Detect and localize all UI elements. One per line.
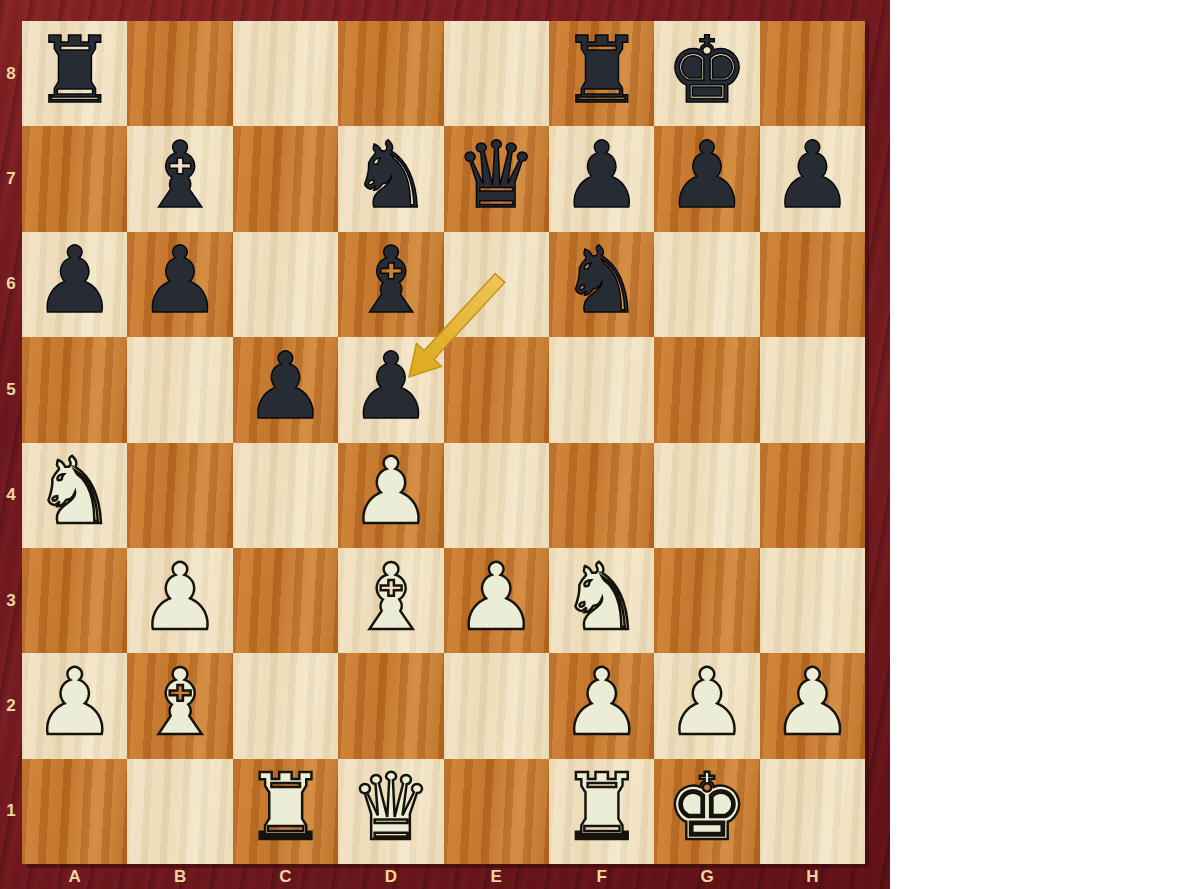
white-king-g1[interactable]: ♚: [666, 762, 748, 854]
file-label-g: G: [654, 864, 759, 889]
black-pawn-c5[interactable]: ♟: [244, 341, 326, 433]
square-h3[interactable]: [760, 548, 865, 653]
square-f4[interactable]: [549, 443, 654, 548]
square-a2[interactable]: ♟: [22, 653, 127, 758]
rank-label-6: 6: [0, 232, 22, 337]
square-g6[interactable]: [654, 232, 759, 337]
white-knight-f3[interactable]: ♞: [560, 552, 642, 644]
square-b2[interactable]: ♝: [127, 653, 232, 758]
rank-label-4: 4: [0, 443, 22, 548]
white-bishop-d3[interactable]: ♝: [350, 552, 432, 644]
square-h6[interactable]: [760, 232, 865, 337]
file-label-e: E: [444, 864, 549, 889]
file-label-d: D: [338, 864, 443, 889]
white-rook-c1[interactable]: ♜: [244, 762, 326, 854]
square-b5[interactable]: [127, 337, 232, 442]
white-pawn-h2[interactable]: ♟: [771, 657, 853, 749]
square-d6[interactable]: ♝: [338, 232, 443, 337]
square-c1[interactable]: ♜: [233, 759, 338, 864]
rank-label-5: 5: [0, 337, 22, 442]
square-e3[interactable]: ♟: [444, 548, 549, 653]
black-pawn-b6[interactable]: ♟: [139, 235, 221, 327]
square-e6[interactable]: [444, 232, 549, 337]
white-knight-a4[interactable]: ♞: [33, 446, 115, 538]
chess-board: ♜♜♚♝♞♛♟♟♟♟♟♝♞♟♟♞♟♟♝♟♞♟♝♟♟♟♜♛♜♚: [22, 21, 865, 864]
white-rook-f1[interactable]: ♜: [560, 762, 642, 854]
square-d5[interactable]: ♟: [338, 337, 443, 442]
square-h2[interactable]: ♟: [760, 653, 865, 758]
black-queen-e7[interactable]: ♛: [455, 130, 537, 222]
rank-label-7: 7: [0, 126, 22, 231]
square-c5[interactable]: ♟: [233, 337, 338, 442]
black-pawn-g7[interactable]: ♟: [666, 130, 748, 222]
square-f2[interactable]: ♟: [549, 653, 654, 758]
square-c8[interactable]: [233, 21, 338, 126]
black-rook-f8[interactable]: ♜: [560, 25, 642, 117]
white-queen-d1[interactable]: ♛: [350, 762, 432, 854]
black-knight-d7[interactable]: ♞: [350, 130, 432, 222]
square-b4[interactable]: [127, 443, 232, 548]
square-g7[interactable]: ♟: [654, 126, 759, 231]
square-d4[interactable]: ♟: [338, 443, 443, 548]
square-d8[interactable]: [338, 21, 443, 126]
white-bishop-b2[interactable]: ♝: [139, 657, 221, 749]
square-h7[interactable]: ♟: [760, 126, 865, 231]
square-b7[interactable]: ♝: [127, 126, 232, 231]
square-b6[interactable]: ♟: [127, 232, 232, 337]
square-a7[interactable]: [22, 126, 127, 231]
rank-label-3: 3: [0, 548, 22, 653]
square-f5[interactable]: [549, 337, 654, 442]
white-pawn-f2[interactable]: ♟: [560, 657, 642, 749]
square-g2[interactable]: ♟: [654, 653, 759, 758]
file-label-f: F: [549, 864, 654, 889]
page: 87654321 ABCDEFGH ♜♜♚♝♞♛♟♟♟♟♟♝♞♟♟♞♟♟♝♟♞♟…: [0, 0, 1200, 889]
square-a4[interactable]: ♞: [22, 443, 127, 548]
square-g8[interactable]: ♚: [654, 21, 759, 126]
white-pawn-g2[interactable]: ♟: [666, 657, 748, 749]
white-pawn-e3[interactable]: ♟: [455, 552, 537, 644]
square-c3[interactable]: [233, 548, 338, 653]
square-c7[interactable]: [233, 126, 338, 231]
square-f3[interactable]: ♞: [549, 548, 654, 653]
square-e5[interactable]: [444, 337, 549, 442]
file-label-h: H: [760, 864, 865, 889]
rank-label-1: 1: [0, 759, 22, 864]
square-f8[interactable]: ♜: [549, 21, 654, 126]
black-knight-f6[interactable]: ♞: [560, 235, 642, 327]
square-h5[interactable]: [760, 337, 865, 442]
square-b1[interactable]: [127, 759, 232, 864]
square-e7[interactable]: ♛: [444, 126, 549, 231]
black-pawn-f7[interactable]: ♟: [560, 130, 642, 222]
square-d7[interactable]: ♞: [338, 126, 443, 231]
square-h4[interactable]: [760, 443, 865, 548]
black-bishop-d6[interactable]: ♝: [350, 235, 432, 327]
black-rook-a8[interactable]: ♜: [33, 25, 115, 117]
square-b8[interactable]: [127, 21, 232, 126]
square-a8[interactable]: ♜: [22, 21, 127, 126]
white-pawn-d4[interactable]: ♟: [350, 446, 432, 538]
square-h8[interactable]: [760, 21, 865, 126]
square-c4[interactable]: [233, 443, 338, 548]
rank-labels: 87654321: [0, 21, 22, 864]
black-pawn-d5[interactable]: ♟: [350, 341, 432, 433]
square-c6[interactable]: [233, 232, 338, 337]
square-e2[interactable]: [444, 653, 549, 758]
black-pawn-a6[interactable]: ♟: [33, 235, 115, 327]
square-f7[interactable]: ♟: [549, 126, 654, 231]
square-e8[interactable]: [444, 21, 549, 126]
square-f1[interactable]: ♜: [549, 759, 654, 864]
black-king-g8[interactable]: ♚: [666, 25, 748, 117]
square-g3[interactable]: [654, 548, 759, 653]
square-d3[interactable]: ♝: [338, 548, 443, 653]
square-c2[interactable]: [233, 653, 338, 758]
square-a5[interactable]: [22, 337, 127, 442]
white-pawn-b3[interactable]: ♟: [139, 552, 221, 644]
black-pawn-h7[interactable]: ♟: [771, 130, 853, 222]
chess-board-frame: 87654321 ABCDEFGH ♜♜♚♝♞♛♟♟♟♟♟♝♞♟♟♞♟♟♝♟♞♟…: [0, 0, 890, 889]
file-label-b: B: [127, 864, 232, 889]
white-pawn-a2[interactable]: ♟: [33, 657, 115, 749]
square-g4[interactable]: [654, 443, 759, 548]
rank-label-2: 2: [0, 653, 22, 758]
file-label-c: C: [233, 864, 338, 889]
square-b3[interactable]: ♟: [127, 548, 232, 653]
square-d2[interactable]: [338, 653, 443, 758]
square-e1[interactable]: [444, 759, 549, 864]
file-label-a: A: [22, 864, 127, 889]
square-h1[interactable]: [760, 759, 865, 864]
square-g1[interactable]: ♚: [654, 759, 759, 864]
black-bishop-b7[interactable]: ♝: [139, 130, 221, 222]
file-labels: ABCDEFGH: [22, 864, 865, 889]
square-a6[interactable]: ♟: [22, 232, 127, 337]
square-e4[interactable]: [444, 443, 549, 548]
square-f6[interactable]: ♞: [549, 232, 654, 337]
square-g5[interactable]: [654, 337, 759, 442]
square-a3[interactable]: [22, 548, 127, 653]
square-d1[interactable]: ♛: [338, 759, 443, 864]
rank-label-8: 8: [0, 21, 22, 126]
square-a1[interactable]: [22, 759, 127, 864]
